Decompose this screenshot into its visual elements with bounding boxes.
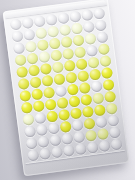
well — [35, 27, 47, 39]
well — [39, 62, 51, 74]
well — [49, 134, 61, 146]
well — [86, 141, 98, 153]
well — [66, 83, 78, 95]
well — [97, 43, 109, 55]
well — [81, 9, 93, 21]
well — [62, 144, 74, 156]
well — [88, 68, 100, 80]
well — [48, 37, 60, 49]
well — [63, 59, 75, 71]
well — [57, 12, 69, 24]
well — [110, 138, 122, 150]
well-grid — [9, 6, 123, 161]
well — [29, 76, 41, 88]
well — [83, 117, 95, 129]
well — [46, 25, 58, 37]
well — [80, 93, 92, 105]
well — [15, 65, 27, 77]
well — [75, 58, 87, 70]
well — [47, 122, 59, 134]
well — [107, 114, 119, 126]
well — [77, 70, 89, 82]
well — [20, 101, 32, 113]
well — [87, 56, 99, 68]
well — [65, 71, 77, 83]
well — [94, 19, 106, 31]
well — [73, 46, 85, 58]
well — [70, 22, 82, 34]
well — [37, 135, 49, 147]
well — [21, 16, 33, 28]
well — [100, 66, 112, 78]
well — [30, 88, 42, 100]
well — [84, 129, 96, 141]
well — [90, 80, 102, 92]
well — [96, 31, 108, 43]
well — [38, 50, 50, 62]
well — [51, 61, 63, 73]
well — [60, 35, 72, 47]
well — [85, 44, 97, 56]
well — [61, 132, 73, 144]
well — [98, 139, 110, 151]
well — [61, 47, 73, 59]
well — [23, 28, 35, 40]
well — [45, 13, 57, 25]
well — [42, 86, 54, 98]
well — [26, 149, 38, 161]
well — [72, 34, 84, 46]
well — [69, 10, 81, 22]
well — [93, 104, 105, 116]
well — [41, 74, 53, 86]
well — [82, 20, 94, 32]
well — [19, 89, 31, 101]
well — [50, 146, 62, 158]
well — [96, 127, 108, 139]
well — [32, 100, 44, 112]
well — [14, 54, 26, 66]
well — [68, 95, 80, 107]
well — [72, 131, 84, 143]
well — [81, 105, 93, 117]
well — [59, 120, 71, 132]
well — [17, 77, 29, 89]
well — [38, 147, 50, 159]
photo-canvas — [0, 0, 135, 180]
well — [26, 52, 38, 64]
well — [92, 7, 104, 19]
well — [102, 78, 114, 90]
well — [34, 112, 46, 124]
well — [46, 110, 58, 122]
well — [22, 113, 34, 125]
well — [58, 24, 70, 36]
well — [54, 85, 66, 97]
well — [92, 92, 104, 104]
well — [56, 96, 68, 108]
well — [84, 32, 96, 44]
well — [27, 64, 39, 76]
well — [50, 49, 62, 61]
well — [24, 40, 36, 52]
well — [35, 123, 47, 135]
well — [23, 125, 35, 137]
well — [33, 15, 45, 27]
well — [74, 143, 86, 155]
well — [53, 73, 65, 85]
well — [95, 116, 107, 128]
well — [78, 81, 90, 93]
well — [105, 102, 117, 114]
well — [44, 98, 56, 110]
well — [25, 137, 37, 149]
well — [36, 39, 48, 51]
well — [12, 42, 24, 54]
well — [71, 119, 83, 131]
well — [69, 107, 81, 119]
well — [9, 18, 21, 30]
well — [99, 55, 111, 67]
microplate — [3, 0, 130, 176]
well — [108, 126, 120, 138]
well — [11, 30, 23, 42]
well — [103, 90, 115, 102]
well — [57, 108, 69, 120]
